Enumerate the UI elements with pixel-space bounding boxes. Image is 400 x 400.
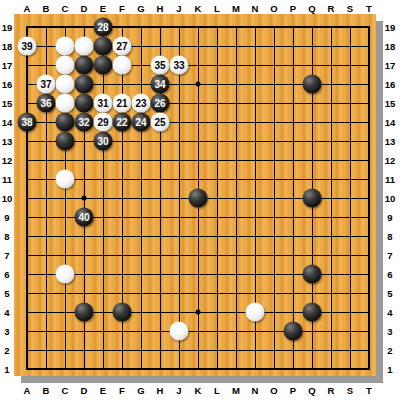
move-number: 24 [135, 117, 146, 127]
col-label-bottom-A: A [24, 385, 31, 396]
row-label-right-19: 19 [385, 22, 396, 33]
grid-line-vertical [331, 27, 332, 370]
move-number: 30 [97, 136, 108, 146]
col-label-top-Q: Q [308, 3, 315, 14]
row-label-right-14: 14 [385, 117, 396, 128]
move-number: 36 [40, 98, 51, 108]
grid-line-vertical [274, 27, 275, 370]
move-number: 40 [78, 212, 89, 222]
move-number: 32 [78, 117, 89, 127]
stone-black-H16[interactable]: 34 [151, 75, 170, 94]
row-label-right-16: 16 [385, 79, 396, 90]
col-label-bottom-O: O [270, 385, 277, 396]
row-label-left-9: 9 [4, 212, 9, 223]
grid-line-vertical [217, 27, 218, 370]
col-label-bottom-N: N [252, 385, 259, 396]
stone-white-F18[interactable]: 27 [113, 37, 132, 56]
stone-black-B15[interactable]: 36 [37, 94, 56, 113]
stone-black-F14[interactable]: 22 [113, 113, 132, 132]
col-label-top-S: S [347, 3, 353, 14]
col-label-top-K: K [195, 3, 202, 14]
col-label-top-N: N [252, 3, 259, 14]
move-number: 23 [135, 98, 146, 108]
row-label-right-6: 6 [387, 269, 392, 280]
stone-white-F15[interactable]: 21 [113, 94, 132, 113]
move-number: 25 [154, 117, 165, 127]
col-label-top-D: D [81, 3, 88, 14]
row-label-left-12: 12 [2, 155, 13, 166]
grid-line-horizontal [27, 350, 370, 351]
col-label-top-L: L [214, 3, 220, 14]
stone-white-E14[interactable]: 29 [94, 113, 113, 132]
stone-white-C16[interactable] [56, 75, 75, 94]
row-label-right-13: 13 [385, 136, 396, 147]
row-label-left-1: 1 [4, 364, 9, 375]
stone-white-H14[interactable]: 25 [151, 113, 170, 132]
col-label-top-T: T [366, 3, 372, 14]
col-label-bottom-D: D [81, 385, 88, 396]
row-label-left-10: 10 [2, 193, 13, 204]
col-label-top-J: J [176, 3, 181, 14]
row-label-left-19: 19 [2, 22, 13, 33]
row-label-right-7: 7 [387, 250, 392, 261]
row-label-left-4: 4 [4, 307, 9, 318]
stone-black-D15[interactable] [75, 94, 94, 113]
col-label-bottom-R: R [328, 385, 335, 396]
stone-black-C13[interactable] [56, 132, 75, 151]
row-label-right-8: 8 [387, 231, 392, 242]
col-label-top-O: O [270, 3, 277, 14]
row-label-left-14: 14 [2, 117, 13, 128]
move-number: 39 [21, 41, 32, 51]
row-label-right-18: 18 [385, 41, 396, 52]
stone-white-A18[interactable]: 39 [18, 37, 37, 56]
row-label-left-16: 16 [2, 79, 13, 90]
move-number: 38 [21, 117, 32, 127]
stone-white-D18[interactable] [75, 37, 94, 56]
grid-line-horizontal [27, 236, 370, 237]
stone-white-E15[interactable]: 31 [94, 94, 113, 113]
move-number: 31 [97, 98, 108, 108]
stone-white-C6[interactable] [56, 265, 75, 284]
col-label-bottom-L: L [214, 385, 220, 396]
col-label-bottom-T: T [366, 385, 372, 396]
stone-black-D16[interactable] [75, 75, 94, 94]
stone-black-D14[interactable]: 32 [75, 113, 94, 132]
go-board[interactable]: 2834362638322224304039273533373121232925 [14, 14, 376, 376]
row-label-left-3: 3 [4, 326, 9, 337]
stone-black-Q16[interactable] [303, 75, 322, 94]
move-number: 34 [154, 79, 165, 89]
move-number: 27 [116, 41, 127, 51]
col-label-top-P: P [290, 3, 296, 14]
stone-white-C17[interactable] [56, 56, 75, 75]
row-label-left-6: 6 [4, 269, 9, 280]
row-label-right-9: 9 [387, 212, 392, 223]
row-label-left-15: 15 [2, 98, 13, 109]
stone-black-K10[interactable] [189, 189, 208, 208]
stone-white-C18[interactable] [56, 37, 75, 56]
stone-white-C11[interactable] [56, 170, 75, 189]
stone-black-Q10[interactable] [303, 189, 322, 208]
grid-line-vertical [293, 27, 294, 370]
row-label-left-11: 11 [2, 174, 12, 185]
move-number: 28 [97, 22, 108, 32]
row-label-left-7: 7 [4, 250, 9, 261]
row-label-left-13: 13 [2, 136, 13, 147]
stone-white-G15[interactable]: 23 [132, 94, 151, 113]
star-point-D10 [82, 196, 87, 201]
row-label-left-2: 2 [4, 345, 9, 356]
stone-black-Q4[interactable] [303, 303, 322, 322]
move-number: 33 [173, 60, 184, 70]
stone-black-Q6[interactable] [303, 265, 322, 284]
grid-line-vertical [236, 27, 237, 370]
grid-line-horizontal [27, 255, 370, 256]
col-label-bottom-B: B [43, 385, 50, 396]
stone-black-E18[interactable] [94, 37, 113, 56]
move-number: 26 [154, 98, 165, 108]
move-number: 35 [154, 60, 165, 70]
row-label-right-12: 12 [385, 155, 396, 166]
star-point-K4 [196, 310, 201, 315]
stone-black-C14[interactable] [56, 113, 75, 132]
row-label-right-3: 3 [387, 326, 392, 337]
col-label-bottom-Q: Q [308, 385, 315, 396]
row-label-right-4: 4 [387, 307, 392, 318]
stone-white-J3[interactable] [170, 322, 189, 341]
stone-white-H17[interactable]: 35 [151, 56, 170, 75]
stone-black-E19[interactable]: 28 [94, 18, 113, 37]
col-label-top-B: B [43, 3, 50, 14]
move-number: 22 [116, 117, 127, 127]
grid-line-horizontal [27, 331, 370, 332]
col-label-bottom-S: S [347, 385, 353, 396]
grid-line-horizontal [27, 293, 370, 294]
move-number: 37 [40, 79, 51, 89]
row-label-right-11: 11 [385, 174, 395, 185]
stone-white-F17[interactable] [113, 56, 132, 75]
move-number: 29 [97, 117, 108, 127]
stone-black-E13[interactable]: 30 [94, 132, 113, 151]
move-number: 21 [116, 98, 127, 108]
col-label-bottom-C: C [62, 385, 69, 396]
stone-black-A14[interactable]: 38 [18, 113, 37, 132]
col-label-top-G: G [137, 3, 144, 14]
stone-black-D17[interactable] [75, 56, 94, 75]
col-label-top-C: C [62, 3, 69, 14]
star-point-K16 [196, 82, 201, 87]
stone-white-N4[interactable] [246, 303, 265, 322]
col-label-top-A: A [24, 3, 31, 14]
col-label-bottom-J: J [176, 385, 181, 396]
stone-black-G14[interactable]: 24 [132, 113, 151, 132]
col-label-bottom-H: H [157, 385, 164, 396]
stone-black-D9[interactable]: 40 [75, 208, 94, 227]
row-label-left-5: 5 [4, 288, 9, 299]
col-label-top-M: M [232, 3, 240, 14]
col-label-bottom-P: P [290, 385, 296, 396]
row-label-right-17: 17 [385, 60, 396, 71]
row-label-right-1: 1 [387, 364, 392, 375]
col-label-bottom-E: E [100, 385, 106, 396]
stone-black-F4[interactable] [113, 303, 132, 322]
row-label-left-17: 17 [2, 60, 13, 71]
col-label-top-R: R [328, 3, 335, 14]
col-label-bottom-K: K [195, 385, 202, 396]
stone-black-H15[interactable]: 26 [151, 94, 170, 113]
col-label-bottom-F: F [119, 385, 125, 396]
col-label-top-H: H [157, 3, 164, 14]
stone-white-B16[interactable]: 37 [37, 75, 56, 94]
row-label-right-10: 10 [385, 193, 396, 204]
stone-black-E17[interactable] [94, 56, 113, 75]
grid-line-vertical [350, 27, 351, 370]
col-label-top-E: E [100, 3, 106, 14]
col-label-top-F: F [119, 3, 125, 14]
stone-black-D4[interactable] [75, 303, 94, 322]
row-label-right-15: 15 [385, 98, 396, 109]
stone-white-C15[interactable] [56, 94, 75, 113]
stone-black-P3[interactable] [284, 322, 303, 341]
stone-white-J17[interactable]: 33 [170, 56, 189, 75]
row-label-left-8: 8 [4, 231, 9, 242]
col-label-bottom-G: G [137, 385, 144, 396]
row-label-left-18: 18 [2, 41, 13, 52]
col-label-bottom-M: M [232, 385, 240, 396]
row-label-right-5: 5 [387, 288, 392, 299]
row-label-right-2: 2 [387, 345, 392, 356]
